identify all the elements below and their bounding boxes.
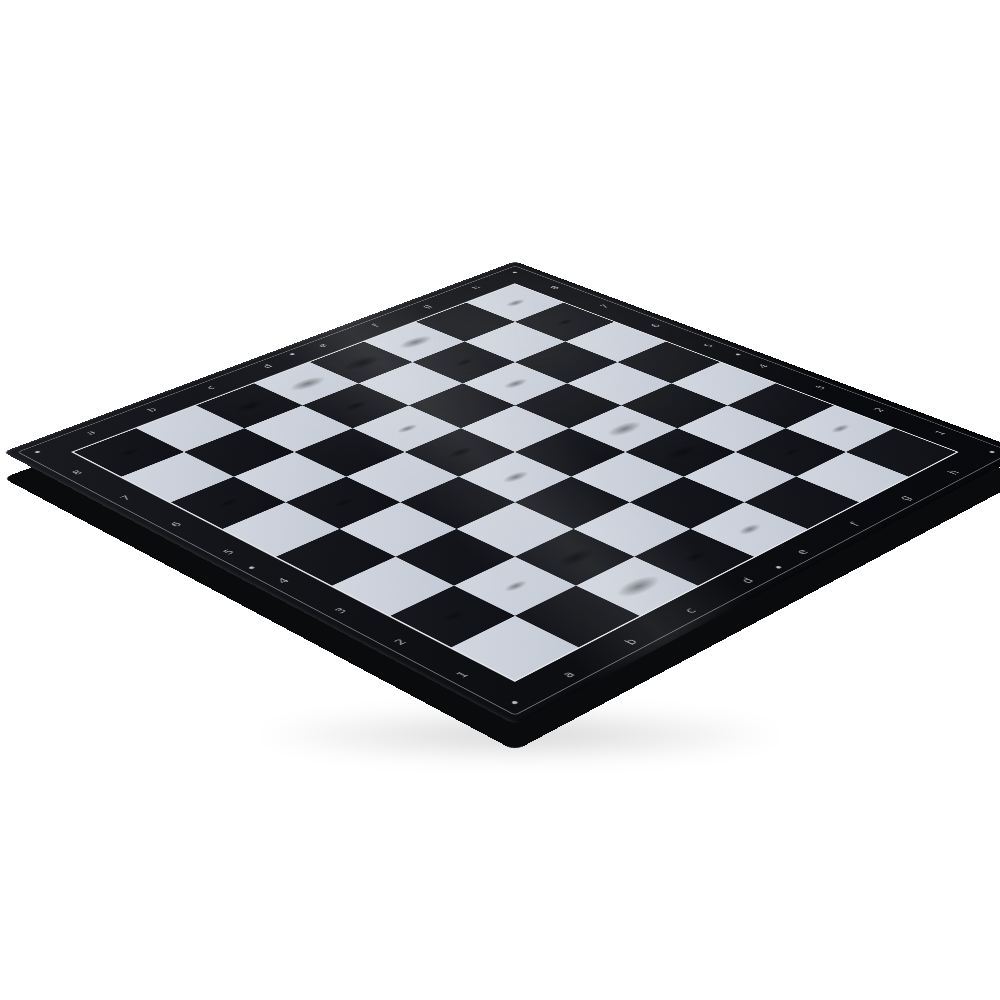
white-pawn-glyph: ♟ bbox=[415, 522, 491, 621]
pieces-layer: ♜♝♛♚♝♜♞♟♟♟♟♞♟♞♞♝♛♟♟♝♟♟♚♜♜ bbox=[74, 284, 956, 680]
black-pawn-glyph: ♟ bbox=[308, 416, 378, 507]
frame-screw bbox=[511, 700, 519, 704]
black-pawn-glyph: ♟ bbox=[193, 416, 263, 507]
photo-stage: abcdefgh abcdefgh 87654321 87654321 ♜♝♛♚… bbox=[0, 0, 1000, 1000]
black-rook-glyph: ♜ bbox=[92, 366, 166, 458]
white-king-glyph: ♚ bbox=[566, 411, 708, 597]
chess-board: abcdefgh abcdefgh 87654321 87654321 ♜♝♛♚… bbox=[3, 261, 1000, 724]
black-bishop-glyph: ♝ bbox=[200, 271, 300, 414]
frame-screw bbox=[775, 565, 783, 569]
frame-screw bbox=[248, 566, 256, 570]
frame-screw bbox=[989, 450, 996, 453]
frame-screw bbox=[34, 450, 41, 453]
